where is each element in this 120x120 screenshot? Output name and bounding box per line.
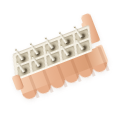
pin-cavity-r2c5	[76, 40, 90, 55]
connector-housing	[8, 24, 111, 105]
crimp-pin-r1c3	[43, 37, 54, 50]
crimp-pin-r1c2	[29, 43, 40, 56]
crimp-pin-r1c1	[14, 48, 25, 61]
crimp-pin-r1c5	[73, 26, 84, 39]
pin-cavity-r2c3	[46, 51, 60, 66]
pin-cavity-r2c4	[61, 45, 75, 60]
crimp-pin-r1c4	[58, 31, 69, 44]
product-photo	[0, 0, 120, 120]
pin-cavity-r2c2	[31, 57, 45, 72]
